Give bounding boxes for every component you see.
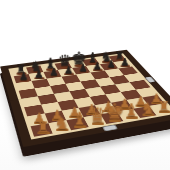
- piece-base: [125, 116, 137, 120]
- square-h4: [130, 80, 151, 90]
- piece-glyph: ♜: [115, 50, 125, 61]
- piece-base: [55, 128, 68, 133]
- chess-set-photo: ♜♞♝♛♚♝♞♜♟♟♟♟♟♟♟♟♟♟♟♟♟♟♟♟♜♞♝♛♚♝♞♜: [0, 0, 170, 170]
- piece-base: [91, 121, 104, 126]
- chess-board-3d: ♜♞♝♛♚♝♞♜♟♟♟♟♟♟♟♟♟♟♟♟♟♟♟♟♜♞♝♛♚♝♞♜: [0, 50, 170, 147]
- piece-base: [108, 118, 120, 123]
- board-squares: ♜♞♝♛♚♝♞♜♟♟♟♟♟♟♟♟♟♟♟♟♟♟♟♟♜♞♝♛♚♝♞♜: [12, 55, 170, 137]
- piece-base: [142, 113, 154, 117]
- piece-glyph: ♜: [16, 63, 26, 74]
- piece-base: [158, 110, 170, 114]
- square-a6: [16, 81, 34, 91]
- piece-base: [37, 131, 50, 136]
- piece-base: [73, 125, 86, 130]
- square-a5: [19, 88, 38, 98]
